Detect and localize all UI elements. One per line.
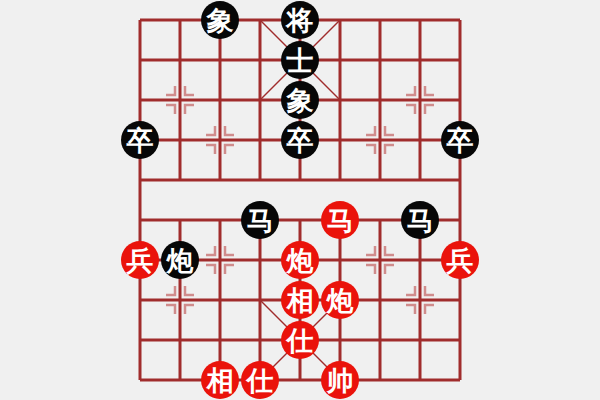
piece-black-elephant[interactable]: 象 xyxy=(201,1,239,39)
piece-red-cannon[interactable]: 炮 xyxy=(281,241,319,279)
piece-red-horse[interactable]: 马 xyxy=(321,201,359,239)
piece-black-horse[interactable]: 马 xyxy=(401,201,439,239)
pieces-layer: 象将士象卒卒卒马马马兵炮炮兵相炮仕相仕帅 xyxy=(0,0,600,400)
piece-black-cannon[interactable]: 炮 xyxy=(161,241,199,279)
piece-red-elephant[interactable]: 相 xyxy=(281,281,319,319)
piece-red-advisor[interactable]: 仕 xyxy=(241,361,279,399)
piece-black-soldier[interactable]: 卒 xyxy=(281,121,319,159)
piece-red-advisor[interactable]: 仕 xyxy=(281,321,319,359)
piece-black-advisor[interactable]: 士 xyxy=(281,41,319,79)
xiangqi-board: 象将士象卒卒卒马马马兵炮炮兵相炮仕相仕帅 xyxy=(0,0,600,400)
piece-black-horse[interactable]: 马 xyxy=(241,201,279,239)
piece-red-general[interactable]: 帅 xyxy=(321,361,359,399)
piece-black-elephant[interactable]: 象 xyxy=(281,81,319,119)
piece-red-elephant[interactable]: 相 xyxy=(201,361,239,399)
piece-red-soldier[interactable]: 兵 xyxy=(441,241,479,279)
piece-red-cannon[interactable]: 炮 xyxy=(321,281,359,319)
piece-red-soldier[interactable]: 兵 xyxy=(121,241,159,279)
piece-black-soldier[interactable]: 卒 xyxy=(441,121,479,159)
piece-black-soldier[interactable]: 卒 xyxy=(121,121,159,159)
piece-black-general[interactable]: 将 xyxy=(281,1,319,39)
